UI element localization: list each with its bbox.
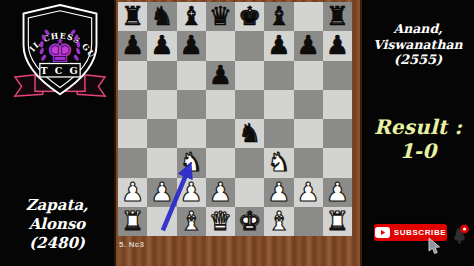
- square-b8: ♞: [147, 2, 176, 31]
- square-h7: ♟: [323, 31, 352, 60]
- square-e6: [235, 61, 264, 90]
- square-g4: [294, 119, 323, 148]
- logo-abbr: T C G: [40, 65, 79, 76]
- piece-black-rook: ♜: [118, 2, 147, 31]
- square-e1: ♚: [235, 207, 264, 236]
- white-player-info: Zapata, Alonso (2480): [0, 196, 114, 252]
- piece-black-pawn: ♟: [294, 31, 323, 60]
- square-f3: ♞: [264, 148, 293, 177]
- square-h3: [323, 148, 352, 177]
- square-a7: ♟: [118, 31, 147, 60]
- square-f4: [264, 119, 293, 148]
- square-g2: ♟: [294, 178, 323, 207]
- piece-black-bishop: ♝: [177, 2, 206, 31]
- square-h2: ♟: [323, 178, 352, 207]
- right-panel: Anand, Viswanathan (2555) Result : 1-0 S…: [362, 0, 474, 266]
- piece-white-king: ♚: [235, 207, 264, 236]
- piece-black-pawn: ♟: [147, 31, 176, 60]
- square-c6: [177, 61, 206, 90]
- square-g5: [294, 90, 323, 119]
- square-b4: [147, 119, 176, 148]
- white-player-rating: (2480): [0, 234, 114, 253]
- square-b2: ♟: [147, 178, 176, 207]
- piece-white-rook: ♜: [323, 207, 352, 236]
- piece-white-queen: ♛: [206, 207, 235, 236]
- youtube-play-icon: [375, 227, 390, 238]
- piece-white-knight: ♞: [264, 148, 293, 177]
- video-frame: TAMIL CHESS GURU ♚ T C G: [0, 0, 474, 266]
- square-e4: ♞: [235, 119, 264, 148]
- square-g8: [294, 2, 323, 31]
- square-a3: [118, 148, 147, 177]
- square-a5: [118, 90, 147, 119]
- mouse-cursor-icon: [428, 238, 441, 255]
- square-b3: [147, 148, 176, 177]
- piece-black-bishop: ♝: [264, 2, 293, 31]
- piece-white-bishop: ♝: [264, 207, 293, 236]
- square-d8: ♛: [206, 2, 235, 31]
- square-a1: ♜: [118, 207, 147, 236]
- square-b6: [147, 61, 176, 90]
- square-f1: ♝: [264, 207, 293, 236]
- square-e3: [235, 148, 264, 177]
- square-b1: [147, 207, 176, 236]
- square-d1: ♛: [206, 207, 235, 236]
- left-panel: TAMIL CHESS GURU ♚ T C G: [0, 0, 114, 266]
- square-c7: ♟: [177, 31, 206, 60]
- piece-black-pawn: ♟: [323, 31, 352, 60]
- square-e8: ♚: [235, 2, 264, 31]
- square-d2: ♟: [206, 178, 235, 207]
- piece-white-pawn: ♟: [264, 178, 293, 207]
- black-player-rating: (2555): [362, 52, 474, 68]
- square-h8: ♜: [323, 2, 352, 31]
- tcg-logo: TAMIL CHESS GURU ♚ T C G: [12, 2, 108, 102]
- piece-white-bishop: ♝: [177, 207, 206, 236]
- white-player-name: Zapata, Alonso: [0, 196, 114, 234]
- square-g7: ♟: [294, 31, 323, 60]
- square-b5: [147, 90, 176, 119]
- square-c1: ♝: [177, 207, 206, 236]
- black-player-info: Anand, Viswanathan (2555): [362, 21, 474, 69]
- square-f8: ♝: [264, 2, 293, 31]
- square-f5: [264, 90, 293, 119]
- piece-black-pawn: ♟: [177, 31, 206, 60]
- square-c3: ♞: [177, 148, 206, 177]
- piece-white-pawn: ♟: [206, 178, 235, 207]
- piece-white-pawn: ♟: [323, 178, 352, 207]
- square-c5: [177, 90, 206, 119]
- square-f7: ♟: [264, 31, 293, 60]
- piece-black-pawn: ♟: [264, 31, 293, 60]
- square-b7: ♟: [147, 31, 176, 60]
- square-d5: [206, 90, 235, 119]
- square-h6: [323, 61, 352, 90]
- square-e2: [235, 178, 264, 207]
- square-a4: [118, 119, 147, 148]
- piece-black-pawn: ♟: [206, 61, 235, 90]
- piece-black-pawn: ♟: [118, 31, 147, 60]
- black-player-name: Anand, Viswanathan: [362, 21, 474, 52]
- piece-white-pawn: ♟: [147, 178, 176, 207]
- square-c2: ♟: [177, 178, 206, 207]
- subscribe-label: SUBSCRIBE: [394, 228, 447, 237]
- notification-bell-icon[interactable]: [450, 224, 470, 246]
- piece-black-queen: ♛: [206, 2, 235, 31]
- piece-white-pawn: ♟: [294, 178, 323, 207]
- piece-white-knight: ♞: [177, 148, 206, 177]
- piece-black-knight: ♞: [147, 2, 176, 31]
- square-f6: [264, 61, 293, 90]
- piece-white-rook: ♜: [118, 207, 147, 236]
- square-a6: [118, 61, 147, 90]
- square-h5: [323, 90, 352, 119]
- square-c4: [177, 119, 206, 148]
- square-c8: ♝: [177, 2, 206, 31]
- piece-white-pawn: ♟: [118, 178, 147, 207]
- piece-black-rook: ♜: [323, 2, 352, 31]
- move-label: 5. Nc3: [119, 240, 144, 249]
- piece-white-pawn: ♟: [177, 178, 206, 207]
- square-h4: [323, 119, 352, 148]
- square-d6: ♟: [206, 61, 235, 90]
- square-h1: ♜: [323, 207, 352, 236]
- board-frame: ♜♞♝♛♚♝♜♟♟♟♟♟♟♟♞♞♞♟♟♟♟♟♟♟♜♝♛♚♝♜ 5. Nc3: [114, 0, 362, 266]
- square-d3: [206, 148, 235, 177]
- square-f2: ♟: [264, 178, 293, 207]
- square-g6: [294, 61, 323, 90]
- square-a8: ♜: [118, 2, 147, 31]
- square-a2: ♟: [118, 178, 147, 207]
- piece-black-knight: ♞: [235, 119, 264, 148]
- square-d4: [206, 119, 235, 148]
- square-g1: [294, 207, 323, 236]
- square-g3: [294, 148, 323, 177]
- square-d7: [206, 31, 235, 60]
- square-e5: [235, 90, 264, 119]
- piece-black-king: ♚: [235, 2, 264, 31]
- chess-board: ♜♞♝♛♚♝♜♟♟♟♟♟♟♟♞♞♞♟♟♟♟♟♟♟♜♝♛♚♝♜: [118, 2, 352, 236]
- result-text: Result : 1-0: [362, 115, 474, 163]
- square-e7: [235, 31, 264, 60]
